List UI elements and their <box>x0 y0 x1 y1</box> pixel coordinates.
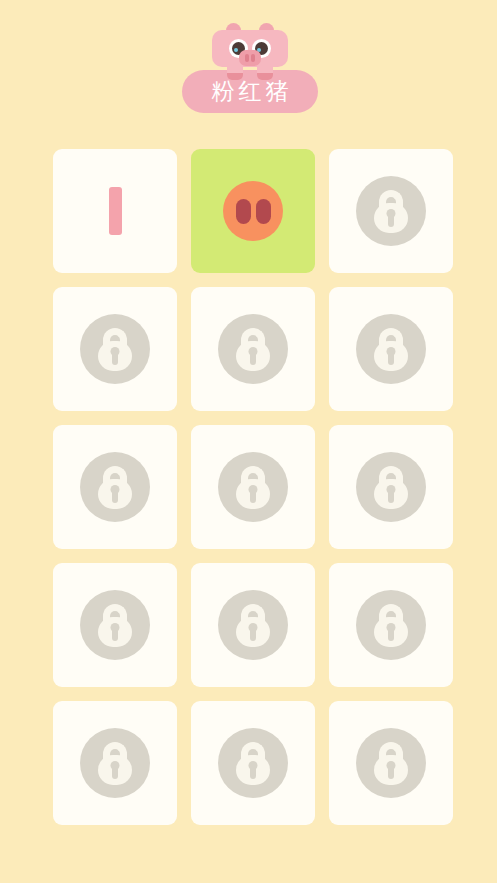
lock-circle <box>80 452 150 522</box>
level-grid <box>53 149 453 825</box>
keyhole-stem <box>388 353 394 365</box>
level-card-10[interactable] <box>53 563 177 687</box>
level-card-1[interactable] <box>53 149 177 273</box>
level-card-12[interactable] <box>329 563 453 687</box>
keyhole-stem <box>112 767 118 779</box>
level-card-9[interactable] <box>329 425 453 549</box>
keyhole-stem <box>112 629 118 641</box>
lock-circle <box>356 590 426 660</box>
keyhole-stem <box>250 491 256 503</box>
level-card-8[interactable] <box>191 425 315 549</box>
keyhole-stem <box>388 767 394 779</box>
lock-icon <box>236 604 270 647</box>
nostril-right <box>256 199 271 224</box>
lock-circle <box>218 728 288 798</box>
pig-snout-icon <box>239 50 261 66</box>
lock-icon <box>374 604 408 647</box>
lock-circle <box>80 314 150 384</box>
lock-body <box>98 755 132 785</box>
level-card-14[interactable] <box>191 701 315 825</box>
lock-icon <box>98 328 132 371</box>
lock-body <box>374 617 408 647</box>
lock-body <box>236 341 270 371</box>
lock-circle <box>218 590 288 660</box>
keyhole-stem <box>388 215 394 227</box>
lock-icon <box>98 742 132 785</box>
nostril-left <box>236 199 251 224</box>
pig-nostril-right-icon <box>251 54 255 62</box>
lock-circle <box>356 728 426 798</box>
lock-body <box>374 479 408 509</box>
lock-icon <box>374 742 408 785</box>
level-card-7[interactable] <box>53 425 177 549</box>
lock-circle <box>218 452 288 522</box>
lock-body <box>236 755 270 785</box>
lock-icon <box>236 466 270 509</box>
app-screen: 粉红猪 <box>0 0 497 883</box>
lock-icon <box>98 466 132 509</box>
lock-icon <box>374 466 408 509</box>
lock-body <box>374 755 408 785</box>
keyhole-stem <box>388 491 394 503</box>
lock-icon <box>236 742 270 785</box>
pig-head-icon <box>212 30 288 67</box>
lock-body <box>98 341 132 371</box>
lock-circle <box>218 314 288 384</box>
lock-body <box>374 341 408 371</box>
lock-icon <box>374 328 408 371</box>
lock-body <box>374 203 408 233</box>
keyhole-stem <box>112 491 118 503</box>
lock-circle <box>356 176 426 246</box>
numeral-I-bar <box>109 187 122 235</box>
level-card-13[interactable] <box>53 701 177 825</box>
lock-body <box>98 479 132 509</box>
level-card-11[interactable] <box>191 563 315 687</box>
lock-circle <box>80 590 150 660</box>
lock-body <box>98 617 132 647</box>
lock-body <box>236 479 270 509</box>
header: 粉红猪 <box>0 0 497 135</box>
lock-icon <box>374 190 408 233</box>
lock-circle <box>356 314 426 384</box>
level-card-2[interactable] <box>191 149 315 273</box>
keyhole-stem <box>250 767 256 779</box>
level-card-15[interactable] <box>329 701 453 825</box>
level-card-5[interactable] <box>191 287 315 411</box>
lock-icon <box>236 328 270 371</box>
level-card-3[interactable] <box>329 149 453 273</box>
keyhole-stem <box>388 629 394 641</box>
keyhole-stem <box>112 353 118 365</box>
lock-circle <box>80 728 150 798</box>
level-card-6[interactable] <box>329 287 453 411</box>
pig-nose-icon <box>223 181 283 241</box>
level-card-4[interactable] <box>53 287 177 411</box>
eye-glint-icon <box>234 48 238 52</box>
keyhole-stem <box>250 629 256 641</box>
lock-circle <box>356 452 426 522</box>
keyhole-stem <box>250 353 256 365</box>
title-badge: 粉红猪 <box>182 70 318 113</box>
pig-nostril-left-icon <box>245 54 249 62</box>
app-title: 粉红猪 <box>208 76 293 107</box>
lock-icon <box>98 604 132 647</box>
lock-body <box>236 617 270 647</box>
